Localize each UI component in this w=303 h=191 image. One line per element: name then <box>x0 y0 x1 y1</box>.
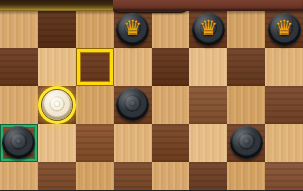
black-man-piece[interactable] <box>116 88 149 121</box>
board-square[interactable] <box>265 86 303 124</box>
board-square <box>114 48 152 86</box>
board-square <box>227 162 265 190</box>
black-king-piece[interactable]: ♛ <box>268 13 301 46</box>
black-king-piece[interactable]: ♛ <box>192 13 225 46</box>
black-man-piece[interactable] <box>2 126 35 159</box>
board-square[interactable] <box>265 162 303 190</box>
board-square <box>0 86 38 124</box>
board-square[interactable]: ♛ <box>189 11 227 49</box>
king-crown-icon: ♛ <box>123 18 142 39</box>
board-square[interactable] <box>0 124 38 162</box>
board-square <box>189 48 227 86</box>
timer-bar <box>0 0 303 11</box>
board-square <box>265 124 303 162</box>
black-king-piece[interactable]: ♛ <box>116 13 149 46</box>
board-square <box>152 11 190 49</box>
board-square[interactable] <box>76 124 114 162</box>
board-square <box>76 162 114 190</box>
king-crown-icon: ♛ <box>199 18 218 39</box>
board-square[interactable] <box>114 162 152 190</box>
board-square[interactable] <box>38 86 76 124</box>
board-square[interactable] <box>38 162 76 190</box>
board-square[interactable] <box>152 48 190 86</box>
board-square[interactable] <box>189 162 227 190</box>
board-square[interactable] <box>189 86 227 124</box>
board-square <box>152 162 190 190</box>
board-square[interactable] <box>227 124 265 162</box>
board-square[interactable] <box>114 86 152 124</box>
board-square <box>0 162 38 190</box>
board-square <box>114 124 152 162</box>
board-square[interactable] <box>0 48 38 86</box>
board-square <box>38 48 76 86</box>
board-square <box>227 86 265 124</box>
board-square <box>76 86 114 124</box>
checkers-game-screen: ♛♛♛ 15 <box>0 0 303 190</box>
board-square <box>227 11 265 49</box>
king-crown-icon: ♛ <box>275 18 294 39</box>
board-square[interactable] <box>76 48 114 86</box>
board-square <box>265 48 303 86</box>
board-square[interactable] <box>227 48 265 86</box>
board-square <box>76 11 114 49</box>
board-square[interactable] <box>38 11 76 49</box>
board-square[interactable]: ♛ <box>114 11 152 49</box>
board-square[interactable] <box>152 124 190 162</box>
board-square[interactable]: ♛ <box>265 11 303 49</box>
black-man-piece[interactable] <box>230 126 263 159</box>
board-square <box>0 11 38 49</box>
board-square <box>38 124 76 162</box>
board-square <box>189 124 227 162</box>
white-man-piece[interactable] <box>42 90 72 120</box>
board-square <box>152 86 190 124</box>
checkers-board: ♛♛♛ <box>0 11 303 191</box>
timer-progress-fill <box>0 0 113 11</box>
